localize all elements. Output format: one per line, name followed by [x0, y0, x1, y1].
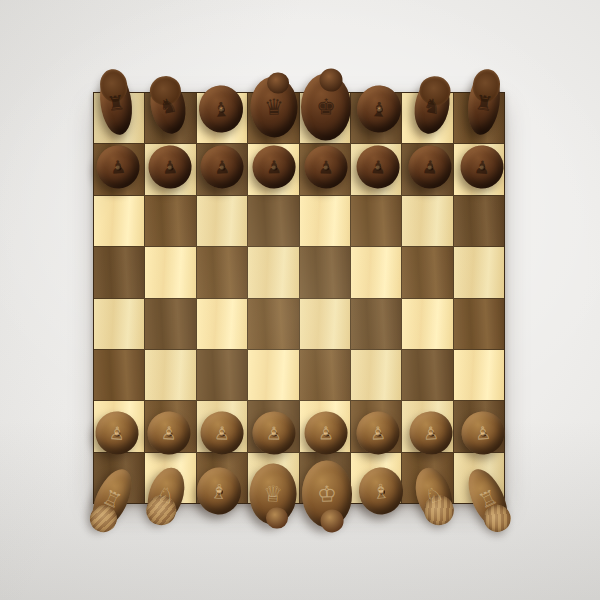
square-b6[interactable]: [145, 196, 195, 246]
square-e5[interactable]: [300, 247, 350, 297]
square-b5[interactable]: [145, 247, 195, 297]
finial-knob: [320, 509, 343, 532]
finial-knob: [266, 72, 288, 94]
square-f5[interactable]: [351, 247, 401, 297]
cone-apex: [324, 431, 330, 437]
square-g4[interactable]: [402, 299, 452, 349]
square-f6[interactable]: [351, 196, 401, 246]
square-b4[interactable]: [145, 299, 195, 349]
square-e4[interactable]: [300, 299, 350, 349]
square-g3[interactable]: [402, 350, 452, 400]
cone-apex: [168, 165, 174, 171]
cone-apex: [377, 107, 383, 113]
square-e6[interactable]: [300, 196, 350, 246]
piece-light-pawn-d2[interactable]: ♙: [252, 411, 295, 454]
cone-apex: [481, 431, 487, 437]
square-h5[interactable]: [454, 247, 504, 297]
square-f4[interactable]: [351, 299, 401, 349]
square-g5[interactable]: [402, 247, 452, 297]
cone-apex: [115, 165, 121, 171]
square-d5[interactable]: [248, 247, 298, 297]
chessboard: ♜♞♝♛♚♝♞♜♟♟♟♟♟♟♟♟♙♙♙♙♙♙♙♙♖♘♗♕♔♗♘♖: [93, 92, 505, 504]
cone-apex: [272, 165, 278, 171]
cone-apex: [219, 107, 225, 113]
square-c4[interactable]: [197, 299, 247, 349]
square-a3[interactable]: [94, 350, 144, 400]
square-a4[interactable]: [94, 299, 144, 349]
square-d4[interactable]: [248, 299, 298, 349]
cone-apex: [378, 489, 384, 495]
square-d3[interactable]: [248, 350, 298, 400]
cone-apex: [272, 431, 278, 437]
finial-knob: [320, 68, 343, 91]
square-h6[interactable]: [454, 196, 504, 246]
square-f3[interactable]: [351, 350, 401, 400]
cone-apex: [217, 489, 223, 495]
cone-apex: [376, 165, 382, 171]
piece-light-pawn-e2[interactable]: ♙: [304, 411, 347, 454]
piece-dark-queen-d8[interactable]: ♛: [250, 76, 298, 138]
square-a5[interactable]: [94, 247, 144, 297]
cone-apex: [219, 431, 225, 437]
square-g6[interactable]: [402, 196, 452, 246]
square-e3[interactable]: [300, 350, 350, 400]
square-a6[interactable]: [94, 196, 144, 246]
square-b3[interactable]: [145, 350, 195, 400]
cone-apex: [376, 431, 382, 437]
square-c6[interactable]: [197, 196, 247, 246]
square-c5[interactable]: [197, 247, 247, 297]
square-c3[interactable]: [197, 350, 247, 400]
cone-apex: [428, 165, 434, 171]
cone-apex: [220, 165, 226, 171]
square-d6[interactable]: [248, 196, 298, 246]
cone-apex: [167, 431, 173, 437]
square-h4[interactable]: [454, 299, 504, 349]
cone-apex: [429, 431, 435, 437]
piece-light-pawn-c2[interactable]: ♙: [199, 411, 243, 455]
square-h3[interactable]: [454, 350, 504, 400]
cone-apex: [480, 165, 486, 171]
cone-apex: [115, 431, 121, 437]
cone-apex: [324, 165, 330, 171]
